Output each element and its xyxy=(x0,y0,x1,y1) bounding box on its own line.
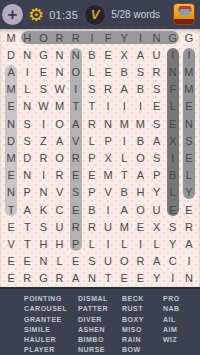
grid-cell[interactable]: E xyxy=(100,63,116,80)
grid-cell[interactable]: O xyxy=(51,115,67,132)
grid-cell[interactable]: O xyxy=(35,29,51,46)
ad-badge-button[interactable] xyxy=(173,3,195,25)
grid-cell[interactable]: I xyxy=(35,115,51,132)
word-list-panel: POINTINGCAROUSELGRANTEESIMILEHAULERPLAYE… xyxy=(0,287,200,355)
grid-cell[interactable]: S xyxy=(148,149,164,166)
hat-icon xyxy=(179,6,191,9)
grid-cell[interactable]: S xyxy=(19,132,35,149)
grid-cell[interactable]: O xyxy=(68,63,84,80)
grid-cell[interactable]: T xyxy=(116,167,132,184)
grid-cell[interactable]: V xyxy=(3,235,19,252)
word-list-item: HAULER xyxy=(24,335,78,345)
grid-cell[interactable]: H xyxy=(51,235,67,252)
grid-cell[interactable]: H xyxy=(35,235,51,252)
grid-cell[interactable]: I xyxy=(100,98,116,115)
grid-cell[interactable]: L xyxy=(84,235,100,252)
grid-cell[interactable]: N xyxy=(35,184,51,201)
grid-cell[interactable]: O xyxy=(132,149,148,166)
grid-cell[interactable]: L xyxy=(84,132,100,149)
grid-cell[interactable]: S xyxy=(19,115,35,132)
grid-cell[interactable]: E xyxy=(3,218,19,235)
grid-cell[interactable]: S xyxy=(148,81,164,98)
grid-cell[interactable]: A xyxy=(116,81,132,98)
grid-cell[interactable]: E xyxy=(68,253,84,270)
grid-cell[interactable]: E xyxy=(3,270,19,287)
grid-cell[interactable]: P xyxy=(68,235,84,252)
grid-cell[interactable]: Y xyxy=(181,184,197,201)
word-list-column: BECKRUSTBOXYMISORAINBOW xyxy=(122,294,163,355)
grid-cell[interactable]: L xyxy=(181,167,197,184)
grid-cell[interactable]: B xyxy=(165,167,181,184)
grid-cell[interactable]: Y xyxy=(116,29,132,46)
progress-counter: 5/28 words xyxy=(111,9,160,20)
grid-cell[interactable]: N xyxy=(19,98,35,115)
grid-cell[interactable]: R xyxy=(68,218,84,235)
grid-cell[interactable]: S xyxy=(84,253,100,270)
grid-cell[interactable]: T xyxy=(19,218,35,235)
grid-cell[interactable]: E xyxy=(19,253,35,270)
gear-icon: ⚙ xyxy=(28,5,44,25)
grid-cell[interactable]: I xyxy=(84,29,100,46)
grid-cell[interactable]: E xyxy=(3,98,19,115)
word-list-item: NAB xyxy=(163,304,200,314)
grid-cell[interactable]: N xyxy=(19,46,35,63)
grid-cell[interactable]: L xyxy=(165,184,181,201)
grid-cell[interactable]: R xyxy=(51,29,67,46)
word-list-item: BOW xyxy=(122,345,163,355)
word-list-item: DISMAL xyxy=(78,294,122,304)
word-list-column: DISMALPATTERDIVERASHENBIMBONURSE xyxy=(78,294,122,355)
grid-cell[interactable]: G xyxy=(35,270,51,287)
grid-cell[interactable]: E xyxy=(3,253,19,270)
grid-cell[interactable]: T xyxy=(100,270,116,287)
grid-cell[interactable]: I xyxy=(165,46,181,63)
grid-cell[interactable]: G xyxy=(165,29,181,46)
grid-cell[interactable]: S xyxy=(35,218,51,235)
grid-cell[interactable]: R xyxy=(35,149,51,166)
grid-cell[interactable]: I xyxy=(116,98,132,115)
word-list-item: PLAYER xyxy=(24,345,78,355)
settings-button[interactable]: ⚙ xyxy=(28,6,44,24)
grid-cell[interactable]: E xyxy=(132,218,148,235)
grid-cell[interactable]: U xyxy=(100,253,116,270)
grid-cell[interactable]: R xyxy=(84,218,100,235)
grid-cell[interactable]: B xyxy=(132,81,148,98)
grid-cell[interactable]: N xyxy=(51,46,67,63)
grid-cell[interactable]: R xyxy=(51,167,67,184)
grid-cell[interactable]: P xyxy=(84,184,100,201)
grid-cell[interactable]: I xyxy=(35,167,51,184)
grid-cell[interactable]: A xyxy=(68,115,84,132)
grid-cell[interactable]: M xyxy=(100,167,116,184)
word-list-item: RUST xyxy=(122,304,163,314)
grid-cell[interactable]: E xyxy=(84,167,100,184)
grid-cell[interactable]: E xyxy=(68,201,84,218)
grid-cell[interactable]: M xyxy=(116,115,132,132)
grid-cell[interactable]: O xyxy=(51,149,67,166)
grid-cell[interactable]: T xyxy=(84,98,100,115)
grid-cell[interactable]: M xyxy=(116,218,132,235)
grid-cell[interactable]: I xyxy=(165,270,181,287)
grid-cell[interactable]: A xyxy=(3,63,19,80)
grid-cell[interactable]: A xyxy=(51,132,67,149)
grid-cell[interactable]: I xyxy=(116,132,132,149)
grid-cell[interactable]: B xyxy=(116,63,132,80)
grid-cell[interactable]: N xyxy=(51,63,67,80)
word-list-item: CAROUSEL xyxy=(24,304,78,314)
word-list-item: DIVER xyxy=(78,315,122,325)
grid-cell[interactable]: W xyxy=(51,81,67,98)
word-list-item: BOXY xyxy=(122,315,163,325)
grid-cell[interactable]: R xyxy=(68,149,84,166)
grid-cell[interactable]: I xyxy=(100,235,116,252)
grid-cell[interactable]: S xyxy=(181,132,197,149)
grid-cell[interactable]: R xyxy=(148,63,164,80)
grid-cell[interactable]: H xyxy=(132,184,148,201)
word-list-item: AIL xyxy=(163,315,200,325)
grid-cell[interactable]: N xyxy=(19,167,35,184)
grid-cell[interactable]: M xyxy=(132,115,148,132)
grid-cell[interactable]: V xyxy=(51,184,67,201)
grid-cell[interactable]: M xyxy=(181,81,197,98)
grid-cell[interactable]: X xyxy=(148,218,164,235)
plus-button[interactable]: + xyxy=(2,4,23,25)
word-list-item: PATTER xyxy=(78,304,122,314)
grid-cell[interactable]: E xyxy=(116,270,132,287)
grid-cell[interactable]: I xyxy=(165,149,181,166)
ad-banner xyxy=(174,19,194,24)
grid-cell[interactable]: L xyxy=(165,98,181,115)
word-list-item: BIMBO xyxy=(78,335,122,345)
grid-cell[interactable]: A xyxy=(181,235,197,252)
grid-cell[interactable]: S xyxy=(132,63,148,80)
grid-cell[interactable]: C xyxy=(51,201,67,218)
grid-cell[interactable]: E xyxy=(165,201,181,218)
grid-cell[interactable]: N xyxy=(84,270,100,287)
bonus-button[interactable]: V xyxy=(84,4,106,26)
grid-cell[interactable]: S xyxy=(148,115,164,132)
grid-cell[interactable]: E xyxy=(148,98,164,115)
grid-cell[interactable]: M xyxy=(3,149,19,166)
word-list-item: GRANTEE xyxy=(24,315,78,325)
grid-cell[interactable]: C xyxy=(165,253,181,270)
grid-cell[interactable]: N xyxy=(68,46,84,63)
koala-icon xyxy=(180,8,190,17)
grid-cell[interactable]: E xyxy=(100,46,116,63)
timer: 01:35 xyxy=(49,9,78,21)
grid-cell[interactable]: A xyxy=(148,132,164,149)
grid-cell[interactable]: I xyxy=(132,235,148,252)
grid-cell[interactable]: E xyxy=(181,98,197,115)
grid-cell[interactable]: N xyxy=(35,253,51,270)
grid-cell[interactable]: H xyxy=(19,29,35,46)
grid-cell[interactable]: B xyxy=(132,132,148,149)
grid-cell[interactable]: X xyxy=(116,46,132,63)
grid-cell[interactable]: R xyxy=(19,270,35,287)
word-list-item: RAIN xyxy=(122,335,163,345)
grid-cell[interactable]: M xyxy=(51,98,67,115)
grid-cell[interactable]: P xyxy=(84,149,100,166)
grid-cell[interactable]: Y xyxy=(165,235,181,252)
grid-cell[interactable]: R xyxy=(181,218,197,235)
word-list-item: AIM xyxy=(163,325,200,335)
grid-cell[interactable]: I xyxy=(181,253,197,270)
grid-cell[interactable]: M xyxy=(3,81,19,98)
word-search-board: MHORRIFYINGGDNGNNBEXAUIIAIENOLEBSRNMMLSW… xyxy=(0,29,200,287)
grid-cell[interactable]: S xyxy=(68,184,84,201)
grid-cell[interactable]: A xyxy=(132,46,148,63)
grid-cell[interactable]: U xyxy=(148,46,164,63)
grid-cell[interactable]: I xyxy=(132,98,148,115)
grid-cell[interactable]: A xyxy=(19,201,35,218)
grid-cell[interactable]: A xyxy=(68,270,84,287)
grid-cell[interactable]: N xyxy=(3,184,19,201)
word-list-item: BECK xyxy=(122,294,163,304)
grid-cell[interactable]: T xyxy=(3,201,19,218)
grid-cell[interactable]: O xyxy=(132,201,148,218)
grid-cell[interactable]: F xyxy=(100,29,116,46)
word-list-item: MISO xyxy=(122,325,163,335)
grid-cell[interactable]: N xyxy=(181,270,197,287)
victory-v-icon: V xyxy=(91,7,100,22)
top-bar: + ⚙ 01:35 V 5/28 words xyxy=(0,0,200,29)
grid-cell[interactable]: I xyxy=(68,81,84,98)
grid-cell[interactable]: S xyxy=(165,218,181,235)
grid-cell[interactable]: G xyxy=(181,29,197,46)
grid-cell[interactable]: L xyxy=(116,235,132,252)
grid-cell[interactable]: R xyxy=(51,270,67,287)
grid-cell[interactable]: E xyxy=(165,115,181,132)
grid-cell[interactable]: U xyxy=(100,218,116,235)
grid-cell[interactable]: E xyxy=(132,270,148,287)
grid-cell[interactable]: R xyxy=(132,253,148,270)
grid-cell[interactable]: T xyxy=(19,235,35,252)
grid-cell[interactable]: D xyxy=(3,46,19,63)
grid-cell[interactable]: N xyxy=(100,115,116,132)
grid-cell[interactable]: R xyxy=(100,81,116,98)
grid-cell[interactable]: U xyxy=(51,218,67,235)
grid-cell[interactable]: W xyxy=(35,98,51,115)
grid-cell[interactable]: B xyxy=(116,184,132,201)
grid-cell[interactable]: I xyxy=(181,46,197,63)
grid-cell[interactable]: L xyxy=(51,253,67,270)
grid-cell[interactable]: L xyxy=(19,81,35,98)
grid-cell[interactable]: Z xyxy=(35,132,51,149)
grid-cell[interactable]: P xyxy=(19,184,35,201)
grid-cell[interactable]: N xyxy=(3,115,19,132)
grid-cell[interactable]: R xyxy=(68,29,84,46)
grid-cell[interactable]: B xyxy=(84,201,100,218)
grid-cell[interactable]: Y xyxy=(148,184,164,201)
grid-cell[interactable]: I xyxy=(100,201,116,218)
word-list-item: WIZ xyxy=(163,335,200,345)
grid-cell[interactable]: T xyxy=(68,98,84,115)
grid-cell[interactable]: D xyxy=(3,132,19,149)
letter-grid: MHORRIFYINGGDNGNNBEXAUIIAIENOLEBSRNMMLSW… xyxy=(0,29,200,287)
grid-cell[interactable]: I xyxy=(19,63,35,80)
grid-cell[interactable]: E xyxy=(181,201,197,218)
grid-cell[interactable]: N xyxy=(148,29,164,46)
word-list-item: PRO xyxy=(163,294,200,304)
grid-cell[interactable]: X xyxy=(100,149,116,166)
grid-cell[interactable]: N xyxy=(181,115,197,132)
grid-cell[interactable]: V xyxy=(68,132,84,149)
grid-cell[interactable]: B xyxy=(84,46,100,63)
grid-cell[interactable]: V xyxy=(100,184,116,201)
grid-cell[interactable]: A xyxy=(148,253,164,270)
word-list-item: SIMILE xyxy=(24,325,78,335)
word-list-column: PRONABAILAIMWIZ xyxy=(163,294,200,355)
word-list-item: ASHEN xyxy=(78,325,122,335)
grid-cell[interactable]: E xyxy=(35,63,51,80)
grid-cell[interactable]: S xyxy=(84,81,100,98)
grid-cell[interactable]: D xyxy=(19,149,35,166)
grid-cell[interactable]: E xyxy=(68,167,84,184)
grid-cell[interactable]: S xyxy=(35,81,51,98)
grid-cell[interactable]: L xyxy=(84,63,100,80)
grid-cell[interactable]: M xyxy=(181,63,197,80)
grid-cell[interactable]: P xyxy=(100,132,116,149)
grid-cell[interactable]: E xyxy=(181,149,197,166)
word-list-column: POINTINGCAROUSELGRANTEESIMILEHAULERPLAYE… xyxy=(24,294,78,355)
word-list-item: POINTING xyxy=(24,294,78,304)
grid-cell[interactable]: K xyxy=(35,201,51,218)
grid-cell[interactable]: L xyxy=(148,235,164,252)
grid-cell[interactable]: I xyxy=(132,29,148,46)
grid-cell[interactable]: U xyxy=(148,201,164,218)
grid-cell[interactable]: R xyxy=(84,115,100,132)
grid-cell[interactable]: A xyxy=(116,201,132,218)
grid-cell[interactable]: L xyxy=(116,149,132,166)
grid-cell[interactable]: O xyxy=(116,253,132,270)
word-list-item: NURSE xyxy=(78,345,122,355)
grid-cell[interactable]: Y xyxy=(148,270,164,287)
grid-cell[interactable]: M xyxy=(3,29,19,46)
grid-cell[interactable]: G xyxy=(35,46,51,63)
grid-cell[interactable]: P xyxy=(148,167,164,184)
grid-cell[interactable]: E xyxy=(3,167,19,184)
grid-cell[interactable]: F xyxy=(165,81,181,98)
grid-cell[interactable]: N xyxy=(165,63,181,80)
grid-cell[interactable]: A xyxy=(132,167,148,184)
grid-cell[interactable]: X xyxy=(165,132,181,149)
plus-icon: + xyxy=(8,6,18,23)
